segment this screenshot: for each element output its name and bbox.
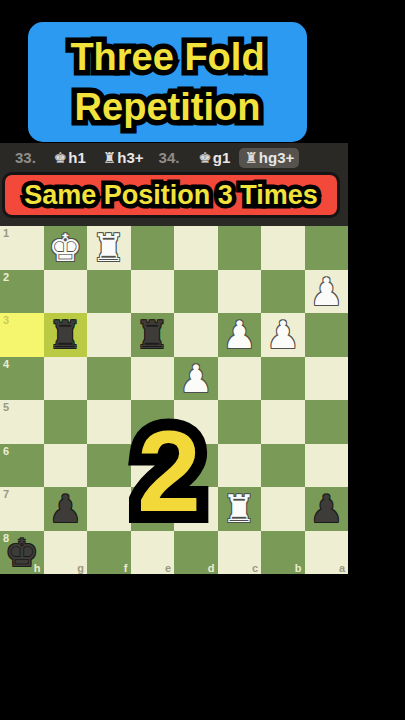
black-rook[interactable]: ♜ bbox=[44, 313, 88, 357]
subtitle-text: Same Position 3 Times Same Position 3 Ti… bbox=[5, 175, 337, 215]
video-frame: Three Fold Three Fold Repetition Repetit… bbox=[0, 0, 405, 720]
file-label-a: a bbox=[339, 562, 345, 574]
board-square-a6[interactable] bbox=[305, 444, 349, 488]
board-square-b4[interactable] bbox=[261, 357, 305, 401]
board-square-e2[interactable] bbox=[131, 270, 175, 314]
move-san: h3+ bbox=[117, 149, 143, 166]
board-square-c4[interactable] bbox=[218, 357, 262, 401]
board-square-c8[interactable]: c bbox=[218, 531, 262, 575]
board-square-d3[interactable] bbox=[174, 313, 218, 357]
move-san: h1 bbox=[68, 149, 86, 166]
file-label-d: d bbox=[208, 562, 215, 574]
board-square-d2[interactable] bbox=[174, 270, 218, 314]
file-label-c: c bbox=[252, 562, 258, 574]
file-label-b: b bbox=[295, 562, 302, 574]
file-label-g: g bbox=[77, 562, 84, 574]
board-square-f7[interactable] bbox=[87, 487, 131, 531]
board-square-a8[interactable]: a bbox=[305, 531, 349, 575]
board-square-f1[interactable]: ♜ bbox=[87, 226, 131, 270]
file-label-f: f bbox=[124, 562, 128, 574]
white-pawn[interactable]: ♟ bbox=[305, 270, 349, 314]
white-pawn[interactable]: ♟ bbox=[174, 357, 218, 401]
move-item-current[interactable]: ♜hg3+ bbox=[239, 148, 299, 168]
board-square-f5[interactable] bbox=[87, 400, 131, 444]
rank-label-3: 3 bbox=[3, 314, 9, 326]
board-square-h3[interactable]: 3 bbox=[0, 313, 44, 357]
title-banner: Three Fold Three Fold Repetition Repetit… bbox=[28, 22, 307, 142]
board-square-e3[interactable]: ♜ bbox=[131, 313, 175, 357]
board-square-f8[interactable]: f bbox=[87, 531, 131, 575]
board-square-g7[interactable]: ♟ bbox=[44, 487, 88, 531]
board-square-h1[interactable]: 1 bbox=[0, 226, 44, 270]
move-item[interactable]: ♚h1 bbox=[49, 148, 91, 168]
board-square-b7[interactable] bbox=[261, 487, 305, 531]
white-pawn[interactable]: ♟ bbox=[261, 313, 305, 357]
board-square-h2[interactable]: 2 bbox=[0, 270, 44, 314]
white-king[interactable]: ♚ bbox=[44, 226, 88, 270]
board-square-d1[interactable] bbox=[174, 226, 218, 270]
black-pawn[interactable]: ♟ bbox=[44, 487, 88, 531]
title-line-2: Repetition Repetition bbox=[28, 82, 307, 132]
black-rook[interactable]: ♜ bbox=[131, 313, 175, 357]
rank-label-6: 6 bbox=[3, 445, 9, 457]
black-pawn[interactable]: ♟ bbox=[305, 487, 349, 531]
white-pawn[interactable]: ♟ bbox=[218, 313, 262, 357]
subtitle-banner: Same Position 3 Times Same Position 3 Ti… bbox=[2, 172, 340, 218]
board-square-b5[interactable] bbox=[261, 400, 305, 444]
move-list-bar[interactable]: 33.♚h1♜h3+34.♚g1♜hg3+ bbox=[0, 143, 348, 172]
rank-label-4: 4 bbox=[3, 358, 9, 370]
board-square-g1[interactable]: ♚ bbox=[44, 226, 88, 270]
board-square-c2[interactable] bbox=[218, 270, 262, 314]
board-square-b8[interactable]: b bbox=[261, 531, 305, 575]
board-square-c3[interactable]: ♟ bbox=[218, 313, 262, 357]
board-square-h8[interactable]: 8h♚ bbox=[0, 531, 44, 575]
move-number: 33. bbox=[15, 149, 36, 166]
king-figurine-icon: ♚ bbox=[198, 149, 211, 167]
white-rook[interactable]: ♜ bbox=[218, 487, 262, 531]
board-square-g8[interactable]: g bbox=[44, 531, 88, 575]
board-square-b1[interactable] bbox=[261, 226, 305, 270]
board-square-g6[interactable] bbox=[44, 444, 88, 488]
board-square-a1[interactable] bbox=[305, 226, 349, 270]
repetition-count-overlay: 2 2 bbox=[137, 414, 201, 529]
board-square-b2[interactable] bbox=[261, 270, 305, 314]
board-square-e8[interactable]: e bbox=[131, 531, 175, 575]
board-square-f2[interactable] bbox=[87, 270, 131, 314]
board-square-g3[interactable]: ♜ bbox=[44, 313, 88, 357]
board-square-a7[interactable]: ♟ bbox=[305, 487, 349, 531]
black-king[interactable]: ♚ bbox=[0, 531, 44, 575]
board-square-a2[interactable]: ♟ bbox=[305, 270, 349, 314]
board-square-f4[interactable] bbox=[87, 357, 131, 401]
rank-label-1: 1 bbox=[3, 227, 9, 239]
board-square-f6[interactable] bbox=[87, 444, 131, 488]
move-item[interactable]: ♚g1 bbox=[193, 148, 235, 168]
move-san: g1 bbox=[213, 149, 231, 166]
board-square-f3[interactable] bbox=[87, 313, 131, 357]
board-square-a5[interactable] bbox=[305, 400, 349, 444]
king-figurine-icon: ♚ bbox=[54, 149, 67, 167]
rank-label-5: 5 bbox=[3, 401, 9, 413]
board-square-g5[interactable] bbox=[44, 400, 88, 444]
title-line-1: Three Fold Three Fold bbox=[28, 32, 307, 82]
board-square-d4[interactable]: ♟ bbox=[174, 357, 218, 401]
board-square-g2[interactable] bbox=[44, 270, 88, 314]
board-square-h5[interactable]: 5 bbox=[0, 400, 44, 444]
board-square-c6[interactable] bbox=[218, 444, 262, 488]
rook-figurine-icon: ♜ bbox=[103, 149, 116, 167]
board-square-e1[interactable] bbox=[131, 226, 175, 270]
board-square-h6[interactable]: 6 bbox=[0, 444, 44, 488]
board-square-b3[interactable]: ♟ bbox=[261, 313, 305, 357]
board-square-d8[interactable]: d bbox=[174, 531, 218, 575]
board-square-a4[interactable] bbox=[305, 357, 349, 401]
move-san: hg3+ bbox=[259, 149, 294, 166]
board-square-h7[interactable]: 7 bbox=[0, 487, 44, 531]
board-square-h4[interactable]: 4 bbox=[0, 357, 44, 401]
board-square-e4[interactable] bbox=[131, 357, 175, 401]
board-square-g4[interactable] bbox=[44, 357, 88, 401]
white-rook[interactable]: ♜ bbox=[87, 226, 131, 270]
move-panel: 33.♚h1♜h3+34.♚g1♜hg3+ Same Position 3 Ti… bbox=[0, 143, 348, 227]
board-square-b6[interactable] bbox=[261, 444, 305, 488]
move-number: 34. bbox=[159, 149, 180, 166]
board-square-a3[interactable] bbox=[305, 313, 349, 357]
file-label-e: e bbox=[165, 562, 171, 574]
rank-label-2: 2 bbox=[3, 271, 9, 283]
rook-figurine-icon: ♜ bbox=[244, 149, 257, 167]
board-square-c5[interactable] bbox=[218, 400, 262, 444]
board-square-c7[interactable]: ♜ bbox=[218, 487, 262, 531]
rank-label-7: 7 bbox=[3, 488, 9, 500]
board-square-c1[interactable] bbox=[218, 226, 262, 270]
move-item[interactable]: ♜h3+ bbox=[98, 148, 149, 168]
